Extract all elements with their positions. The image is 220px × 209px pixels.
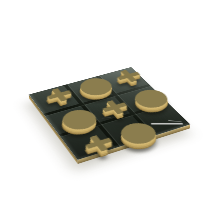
- tictactoe-board: ✚●✚●✚●✚●: [29, 67, 190, 160]
- board-grid: ✚●✚●✚●✚●: [29, 67, 190, 160]
- marble-vein: [151, 123, 183, 124]
- product-photo-scene: ✚●✚●✚●✚●: [0, 0, 220, 209]
